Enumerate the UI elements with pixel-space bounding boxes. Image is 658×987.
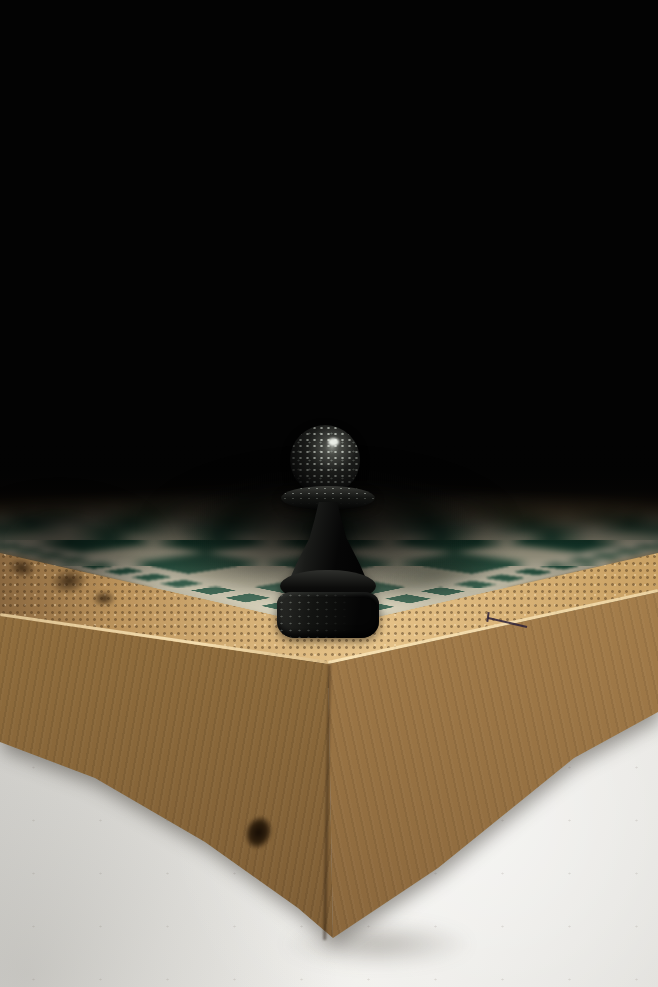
wood-blemish	[92, 590, 116, 607]
black-pawn	[256, 420, 400, 638]
pawn-highlight	[328, 438, 339, 446]
pawn-base	[277, 592, 379, 638]
pawn-head	[290, 425, 360, 495]
photo-canvas: ♟	[0, 0, 658, 987]
